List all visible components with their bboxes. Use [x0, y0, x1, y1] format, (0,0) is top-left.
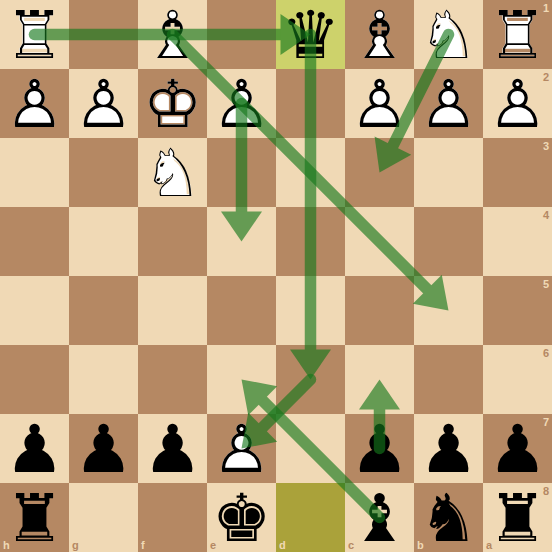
- square-c4[interactable]: [345, 207, 414, 276]
- piece-white-pawn[interactable]: ♟♙: [207, 69, 276, 138]
- square-f4[interactable]: [138, 207, 207, 276]
- piece-white-pawn[interactable]: ♟♙: [414, 69, 483, 138]
- coordinate-file-g: g: [72, 539, 79, 551]
- coordinate-rank-6: 6: [543, 347, 549, 359]
- piece-white-king[interactable]: ♚♔: [138, 69, 207, 138]
- piece-black-pawn[interactable]: ♟: [69, 414, 138, 483]
- square-f1[interactable]: ♝♗: [138, 0, 207, 69]
- square-e1[interactable]: [207, 0, 276, 69]
- pawn-glyph: ♟: [483, 415, 552, 484]
- pawn-glyph-outline: ♙: [345, 70, 414, 139]
- square-e6[interactable]: [207, 345, 276, 414]
- square-a8[interactable]: 8a♜: [483, 483, 552, 552]
- square-h2[interactable]: ♟♙: [0, 69, 69, 138]
- king-glyph: ♚: [207, 484, 276, 552]
- pawn-glyph-outline: ♙: [207, 415, 276, 484]
- piece-black-pawn[interactable]: ♟: [345, 414, 414, 483]
- piece-black-pawn[interactable]: ♟: [483, 414, 552, 483]
- square-g5[interactable]: [69, 276, 138, 345]
- piece-white-knight[interactable]: ♞♘: [414, 0, 483, 69]
- square-h3[interactable]: [0, 138, 69, 207]
- coordinate-file-f: f: [141, 539, 145, 551]
- square-a3[interactable]: 3: [483, 138, 552, 207]
- square-c6[interactable]: [345, 345, 414, 414]
- square-h4[interactable]: [0, 207, 69, 276]
- queen-glyph: ♛: [276, 1, 345, 70]
- square-d7[interactable]: [276, 414, 345, 483]
- square-e2[interactable]: ♟♙: [207, 69, 276, 138]
- square-e3[interactable]: [207, 138, 276, 207]
- piece-black-pawn[interactable]: ♟: [138, 414, 207, 483]
- square-b6[interactable]: [414, 345, 483, 414]
- piece-black-pawn[interactable]: ♟: [414, 414, 483, 483]
- bishop-glyph-outline: ♗: [138, 1, 207, 70]
- coordinate-rank-4: 4: [543, 209, 549, 221]
- square-g7[interactable]: ♟: [69, 414, 138, 483]
- piece-white-bishop[interactable]: ♝♗: [138, 0, 207, 69]
- coordinate-rank-3: 3: [543, 140, 549, 152]
- square-d8[interactable]: d: [276, 483, 345, 552]
- square-b7[interactable]: ♟: [414, 414, 483, 483]
- square-h1[interactable]: ♜♖: [0, 0, 69, 69]
- square-c3[interactable]: [345, 138, 414, 207]
- square-a7[interactable]: 7♟: [483, 414, 552, 483]
- chess-board: ♜♖♝♗♛♝♗♞♘1♜♖♟♙♟♙♚♔♟♙♟♙♟♙2♟♙♞♘3456♟♟♟♟♙♟♟…: [0, 0, 552, 552]
- square-g6[interactable]: [69, 345, 138, 414]
- square-d5[interactable]: [276, 276, 345, 345]
- rook-glyph-outline: ♖: [0, 1, 69, 70]
- pawn-glyph-outline: ♙: [207, 70, 276, 139]
- square-d3[interactable]: [276, 138, 345, 207]
- pawn-glyph: ♟: [0, 415, 69, 484]
- piece-black-knight[interactable]: ♞: [414, 483, 483, 552]
- square-e5[interactable]: [207, 276, 276, 345]
- piece-black-rook[interactable]: ♜: [483, 483, 552, 552]
- pawn-glyph: ♟: [345, 415, 414, 484]
- knight-glyph: ♞: [414, 484, 483, 552]
- square-e8[interactable]: e♚: [207, 483, 276, 552]
- piece-white-bishop[interactable]: ♝♗: [345, 0, 414, 69]
- square-h7[interactable]: ♟: [0, 414, 69, 483]
- square-g3[interactable]: [69, 138, 138, 207]
- square-h5[interactable]: [0, 276, 69, 345]
- pawn-glyph: ♟: [414, 415, 483, 484]
- square-b4[interactable]: [414, 207, 483, 276]
- square-e4[interactable]: [207, 207, 276, 276]
- square-a1[interactable]: 1♜♖: [483, 0, 552, 69]
- piece-white-pawn[interactable]: ♟♙: [0, 69, 69, 138]
- piece-black-queen[interactable]: ♛: [276, 0, 345, 69]
- bishop-glyph: ♝: [345, 484, 414, 552]
- square-h6[interactable]: [0, 345, 69, 414]
- rook-glyph: ♜: [483, 484, 552, 552]
- square-g1[interactable]: [69, 0, 138, 69]
- piece-white-pawn[interactable]: ♟♙: [207, 414, 276, 483]
- square-d4[interactable]: [276, 207, 345, 276]
- square-a5[interactable]: 5: [483, 276, 552, 345]
- pawn-glyph-outline: ♙: [0, 70, 69, 139]
- piece-black-bishop[interactable]: ♝: [345, 483, 414, 552]
- square-f8[interactable]: f: [138, 483, 207, 552]
- square-c5[interactable]: [345, 276, 414, 345]
- square-b3[interactable]: [414, 138, 483, 207]
- pawn-glyph: ♟: [69, 415, 138, 484]
- square-d1[interactable]: ♛: [276, 0, 345, 69]
- king-glyph-outline: ♔: [138, 70, 207, 139]
- piece-black-rook[interactable]: ♜: [0, 483, 69, 552]
- square-f5[interactable]: [138, 276, 207, 345]
- square-f7[interactable]: ♟: [138, 414, 207, 483]
- square-g4[interactable]: [69, 207, 138, 276]
- square-c8[interactable]: c♝: [345, 483, 414, 552]
- bishop-glyph-outline: ♗: [345, 1, 414, 70]
- square-b2[interactable]: ♟♙: [414, 69, 483, 138]
- square-c1[interactable]: ♝♗: [345, 0, 414, 69]
- knight-glyph-outline: ♘: [414, 1, 483, 70]
- square-g8[interactable]: g: [69, 483, 138, 552]
- square-d6[interactable]: [276, 345, 345, 414]
- square-b1[interactable]: ♞♘: [414, 0, 483, 69]
- knight-glyph-outline: ♘: [138, 139, 207, 208]
- square-f3[interactable]: ♞♘: [138, 138, 207, 207]
- square-b8[interactable]: b♞: [414, 483, 483, 552]
- piece-black-pawn[interactable]: ♟: [0, 414, 69, 483]
- square-c7[interactable]: ♟: [345, 414, 414, 483]
- piece-black-king[interactable]: ♚: [207, 483, 276, 552]
- pawn-glyph-outline: ♙: [414, 70, 483, 139]
- square-h8[interactable]: h♜: [0, 483, 69, 552]
- square-c2[interactable]: ♟♙: [345, 69, 414, 138]
- rook-glyph: ♜: [0, 484, 69, 552]
- square-a2[interactable]: 2♟♙: [483, 69, 552, 138]
- piece-white-knight[interactable]: ♞♘: [138, 138, 207, 207]
- square-f2[interactable]: ♚♔: [138, 69, 207, 138]
- piece-white-rook[interactable]: ♜♖: [0, 0, 69, 69]
- square-e7[interactable]: ♟♙: [207, 414, 276, 483]
- piece-white-rook[interactable]: ♜♖: [483, 0, 552, 69]
- piece-white-pawn[interactable]: ♟♙: [483, 69, 552, 138]
- square-f6[interactable]: [138, 345, 207, 414]
- square-b5[interactable]: [414, 276, 483, 345]
- coordinate-file-d: d: [279, 539, 286, 551]
- piece-white-pawn[interactable]: ♟♙: [69, 69, 138, 138]
- pawn-glyph: ♟: [138, 415, 207, 484]
- pawn-glyph-outline: ♙: [483, 70, 552, 139]
- square-a4[interactable]: 4: [483, 207, 552, 276]
- coordinate-rank-5: 5: [543, 278, 549, 290]
- piece-white-pawn[interactable]: ♟♙: [345, 69, 414, 138]
- square-g2[interactable]: ♟♙: [69, 69, 138, 138]
- pawn-glyph-outline: ♙: [69, 70, 138, 139]
- square-d2[interactable]: [276, 69, 345, 138]
- square-a6[interactable]: 6: [483, 345, 552, 414]
- rook-glyph-outline: ♖: [483, 1, 552, 70]
